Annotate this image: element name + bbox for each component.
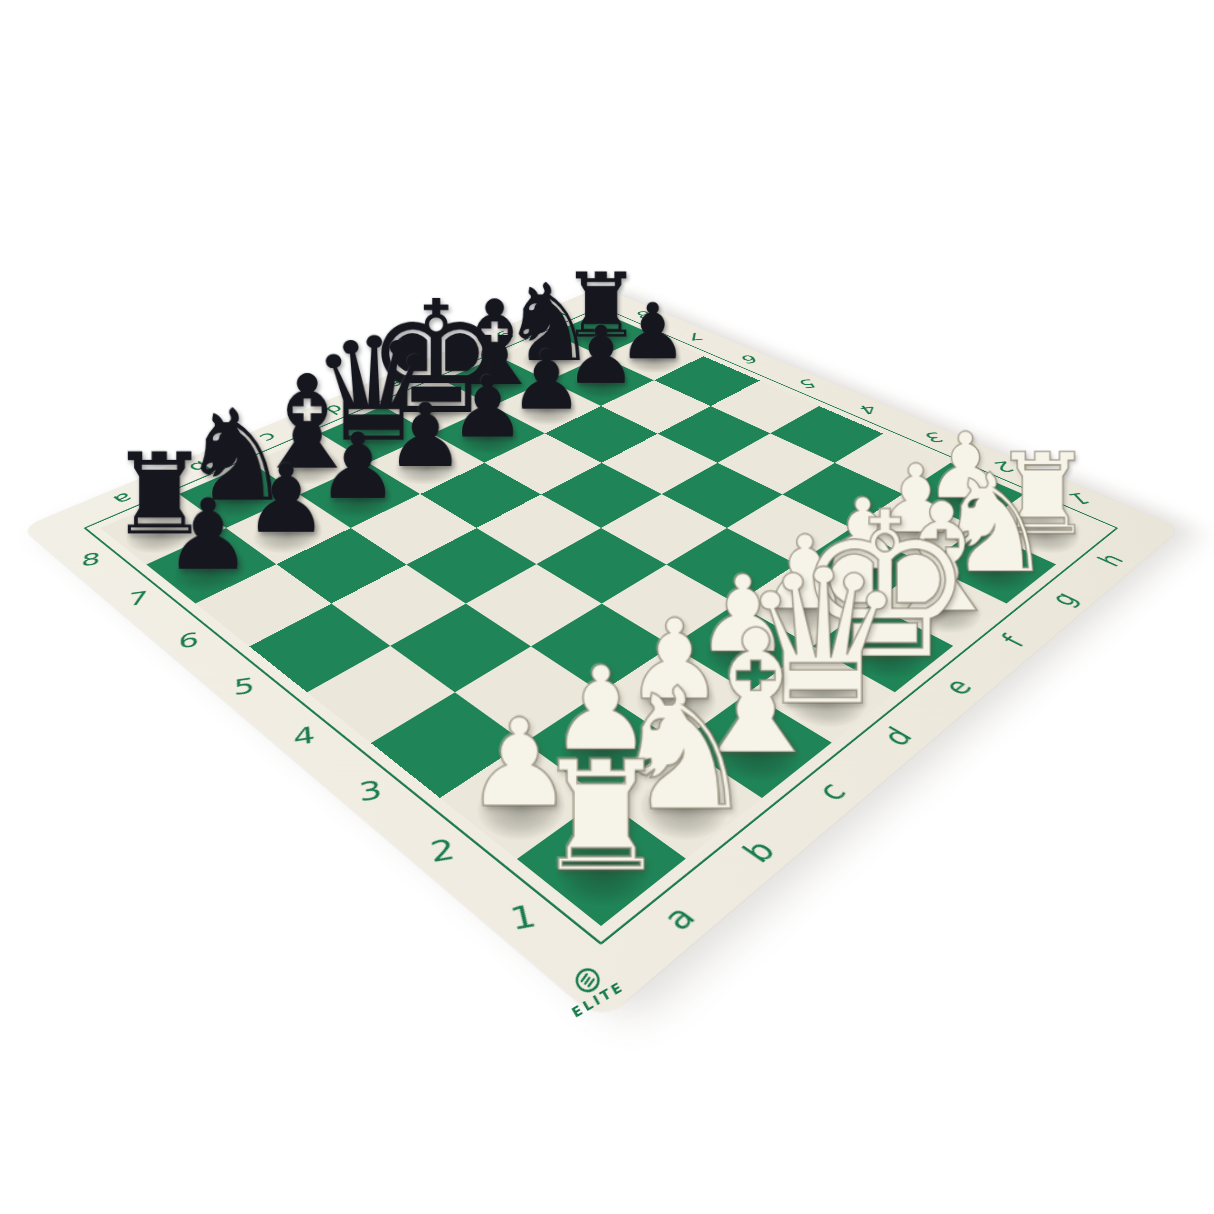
- rank-label-left-5: 5: [233, 675, 255, 699]
- rank-label-right-4: 4: [856, 403, 880, 416]
- file-label-near-h: h: [1093, 550, 1129, 569]
- product-photo-canvas: ♜♞♝♛♚♝♞♜♟♟♟♟♟♟♟♟♟♟♟♟♟♟♟♟♜♞♝♛♚♝♞♜ aabbccd…: [0, 0, 1214, 1214]
- piece-black-pawn-b7[interactable]: ♟: [243, 452, 328, 547]
- piece-black-pawn-c7[interactable]: ♟: [317, 421, 399, 512]
- rank-label-right-6: 6: [739, 353, 760, 365]
- square-d5[interactable]: [476, 494, 601, 564]
- rank-label-left-1: 1: [507, 901, 539, 936]
- file-label-near-g: g: [1046, 589, 1083, 610]
- piece-black-pawn-a7[interactable]: ♟: [164, 486, 252, 584]
- file-label-near-c: c: [811, 777, 852, 805]
- rank-label-left-2: 2: [428, 836, 457, 868]
- chess-mat: ♜♞♝♛♚♝♞♜♟♟♟♟♟♟♟♟♟♟♟♟♟♟♟♟♜♞♝♛♚♝♞♜ aabbccd…: [21, 287, 1181, 1022]
- rank-label-left-3: 3: [357, 777, 383, 806]
- file-label-near-d: d: [877, 723, 918, 750]
- rank-label-left-8: 8: [80, 551, 101, 570]
- rank-label-left-6: 6: [178, 630, 199, 652]
- file-label-near-e: e: [938, 675, 977, 699]
- rank-label-right-7: 7: [685, 331, 705, 342]
- square-a1[interactable]: ♜: [517, 798, 686, 926]
- file-label-near-f: f: [997, 632, 1030, 651]
- rank-label-left-7: 7: [127, 589, 148, 609]
- rank-label-left-4: 4: [292, 724, 316, 750]
- piece-white-rook-a1[interactable]: ♜: [533, 740, 670, 893]
- rank-label-right-5: 5: [796, 377, 818, 390]
- chess-board: ♜♞♝♛♚♝♞♜♟♟♟♟♟♟♟♟♟♟♟♟♟♟♟♟♜♞♝♛♚♝♞♜: [100, 312, 1101, 926]
- file-label-near-a: a: [656, 900, 702, 936]
- square-c6[interactable]: [351, 494, 476, 564]
- file-label-near-b: b: [737, 835, 781, 868]
- perspective-scene: ♜♞♝♛♚♝♞♜♟♟♟♟♟♟♟♟♟♟♟♟♟♟♟♟♜♞♝♛♚♝♞♜ aabbccd…: [0, 0, 1214, 1214]
